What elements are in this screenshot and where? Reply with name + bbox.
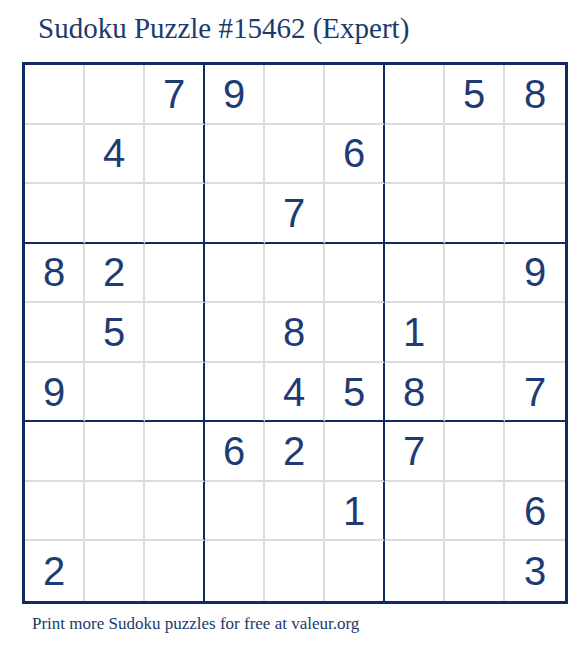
- cell-r8c1[interactable]: [25, 482, 85, 542]
- cell-r5c2[interactable]: 5: [85, 303, 145, 363]
- cell-r1c3[interactable]: 7: [145, 65, 205, 125]
- cell-r4c4[interactable]: [205, 244, 265, 304]
- sudoku-board: 7958467829581945876271623: [22, 62, 568, 604]
- cell-r7c4[interactable]: 6: [205, 422, 265, 482]
- cell-r6c2[interactable]: [85, 363, 145, 423]
- cell-r9c8[interactable]: [445, 541, 505, 601]
- cell-r9c3[interactable]: [145, 541, 205, 601]
- cell-r3c5[interactable]: 7: [265, 184, 325, 244]
- cell-r2c4[interactable]: [205, 125, 265, 185]
- cell-r8c6[interactable]: 1: [325, 482, 385, 542]
- cell-r2c9[interactable]: [505, 125, 565, 185]
- cell-r1c5[interactable]: [265, 65, 325, 125]
- cell-r1c1[interactable]: [25, 65, 85, 125]
- cell-r4c6[interactable]: [325, 244, 385, 304]
- cell-r2c7[interactable]: [385, 125, 445, 185]
- cell-r4c5[interactable]: [265, 244, 325, 304]
- cell-r7c5[interactable]: 2: [265, 422, 325, 482]
- cell-r3c7[interactable]: [385, 184, 445, 244]
- cell-r9c6[interactable]: [325, 541, 385, 601]
- cell-r9c7[interactable]: [385, 541, 445, 601]
- cell-r5c1[interactable]: [25, 303, 85, 363]
- cell-r4c8[interactable]: [445, 244, 505, 304]
- cell-r5c3[interactable]: [145, 303, 205, 363]
- cell-r6c5[interactable]: 4: [265, 363, 325, 423]
- cell-r7c2[interactable]: [85, 422, 145, 482]
- cell-r8c7[interactable]: [385, 482, 445, 542]
- cell-r3c3[interactable]: [145, 184, 205, 244]
- sudoku-page: Sudoku Puzzle #15462 (Expert) 7958467829…: [0, 0, 580, 651]
- cell-r8c5[interactable]: [265, 482, 325, 542]
- cell-r1c7[interactable]: [385, 65, 445, 125]
- cell-r7c8[interactable]: [445, 422, 505, 482]
- cell-r5c8[interactable]: [445, 303, 505, 363]
- cell-r5c4[interactable]: [205, 303, 265, 363]
- cell-r7c1[interactable]: [25, 422, 85, 482]
- cell-r1c8[interactable]: 5: [445, 65, 505, 125]
- cell-r8c3[interactable]: [145, 482, 205, 542]
- cell-r6c7[interactable]: 8: [385, 363, 445, 423]
- cell-r3c8[interactable]: [445, 184, 505, 244]
- cell-r6c9[interactable]: 7: [505, 363, 565, 423]
- cell-r7c9[interactable]: [505, 422, 565, 482]
- cell-r8c2[interactable]: [85, 482, 145, 542]
- cell-r3c6[interactable]: [325, 184, 385, 244]
- cell-r2c1[interactable]: [25, 125, 85, 185]
- cell-r9c5[interactable]: [265, 541, 325, 601]
- cell-r2c3[interactable]: [145, 125, 205, 185]
- cell-r3c9[interactable]: [505, 184, 565, 244]
- cell-r6c1[interactable]: 9: [25, 363, 85, 423]
- cell-r4c3[interactable]: [145, 244, 205, 304]
- cell-r3c1[interactable]: [25, 184, 85, 244]
- cell-r9c1[interactable]: 2: [25, 541, 85, 601]
- cell-r6c6[interactable]: 5: [325, 363, 385, 423]
- cell-r3c4[interactable]: [205, 184, 265, 244]
- cell-r9c9[interactable]: 3: [505, 541, 565, 601]
- cell-r5c6[interactable]: [325, 303, 385, 363]
- cell-r5c9[interactable]: [505, 303, 565, 363]
- cell-r2c2[interactable]: 4: [85, 125, 145, 185]
- cell-r4c1[interactable]: 8: [25, 244, 85, 304]
- cell-r1c2[interactable]: [85, 65, 145, 125]
- cell-r9c4[interactable]: [205, 541, 265, 601]
- cell-r4c9[interactable]: 9: [505, 244, 565, 304]
- footer-text: Print more Sudoku puzzles for free at va…: [32, 614, 359, 634]
- cell-r1c9[interactable]: 8: [505, 65, 565, 125]
- cell-r8c4[interactable]: [205, 482, 265, 542]
- cell-r2c6[interactable]: 6: [325, 125, 385, 185]
- cell-r1c6[interactable]: [325, 65, 385, 125]
- cell-r1c4[interactable]: 9: [205, 65, 265, 125]
- cell-r7c3[interactable]: [145, 422, 205, 482]
- cell-r4c2[interactable]: 2: [85, 244, 145, 304]
- cell-r4c7[interactable]: [385, 244, 445, 304]
- cell-r8c9[interactable]: 6: [505, 482, 565, 542]
- cell-r2c8[interactable]: [445, 125, 505, 185]
- cell-r3c2[interactable]: [85, 184, 145, 244]
- cell-r8c8[interactable]: [445, 482, 505, 542]
- cell-r7c6[interactable]: [325, 422, 385, 482]
- cell-r5c5[interactable]: 8: [265, 303, 325, 363]
- cell-r2c5[interactable]: [265, 125, 325, 185]
- page-title: Sudoku Puzzle #15462 (Expert): [38, 12, 409, 45]
- cell-r9c2[interactable]: [85, 541, 145, 601]
- cell-r6c8[interactable]: [445, 363, 505, 423]
- cell-r6c4[interactable]: [205, 363, 265, 423]
- cell-r7c7[interactable]: 7: [385, 422, 445, 482]
- cell-r5c7[interactable]: 1: [385, 303, 445, 363]
- cell-r6c3[interactable]: [145, 363, 205, 423]
